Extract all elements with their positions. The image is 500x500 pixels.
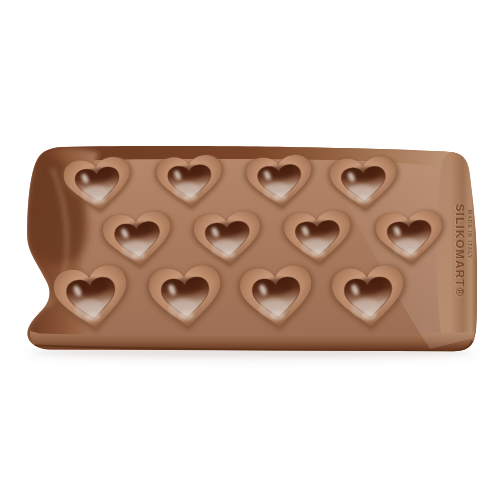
product-photo: SILIKOMART® SILIKOMART® MADE IN ITALY bbox=[0, 0, 500, 500]
brand-text: SILIKOMART® bbox=[454, 204, 466, 297]
made-in-text: MADE IN ITALY bbox=[467, 210, 473, 259]
chocolate-mold-illustration: SILIKOMART® SILIKOMART® MADE IN ITALY bbox=[0, 0, 500, 500]
